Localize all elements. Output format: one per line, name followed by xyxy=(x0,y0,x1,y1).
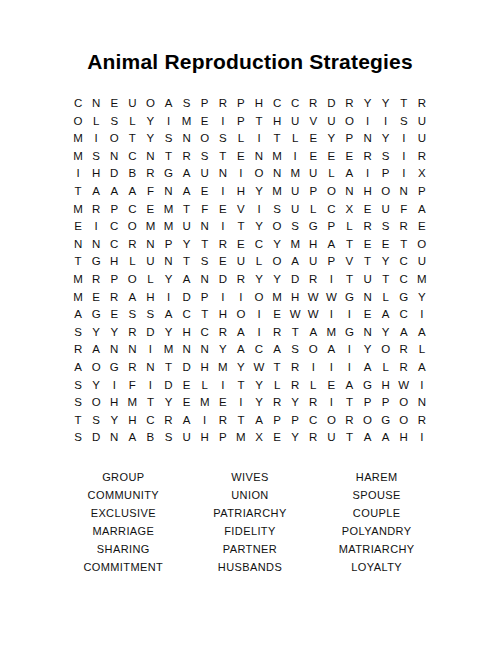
grid-cell-r12c18[interactable]: L xyxy=(377,289,395,307)
grid-cell-r16c18[interactable]: L xyxy=(377,359,395,377)
grid-cell-r8c18[interactable]: S xyxy=(377,218,395,236)
grid-cell-r4c17[interactable]: R xyxy=(359,148,377,166)
grid-cell-r12c10[interactable]: I xyxy=(232,289,250,307)
grid-cell-r15c12[interactable]: A xyxy=(268,341,286,359)
grid-cell-r1c3[interactable]: E xyxy=(105,95,123,113)
grid-cell-r7c11[interactable]: I xyxy=(250,201,268,219)
grid-cell-r18c13[interactable]: Y xyxy=(286,394,304,412)
grid-cell-r1c14[interactable]: R xyxy=(304,95,322,113)
grid-cell-r18c14[interactable]: R xyxy=(304,394,322,412)
grid-cell-r18c6[interactable]: Y xyxy=(159,394,177,412)
grid-cell-r15c19[interactable]: R xyxy=(395,341,413,359)
grid-cell-r10c6[interactable]: N xyxy=(159,253,177,271)
grid-cell-r7c7[interactable]: T xyxy=(178,201,196,219)
grid-cell-r17c9[interactable]: I xyxy=(214,377,232,395)
grid-cell-r16c8[interactable]: H xyxy=(196,359,214,377)
grid-cell-r4c15[interactable]: E xyxy=(322,148,340,166)
grid-cell-r5c14[interactable]: U xyxy=(304,165,322,183)
grid-cell-r18c7[interactable]: E xyxy=(178,394,196,412)
grid-cell-r10c7[interactable]: T xyxy=(178,253,196,271)
grid-cell-r13c20[interactable]: I xyxy=(413,306,431,324)
grid-cell-r15c13[interactable]: S xyxy=(286,341,304,359)
grid-cell-r20c6[interactable]: S xyxy=(159,429,177,447)
grid-cell-r17c19[interactable]: W xyxy=(395,377,413,395)
grid-cell-r11c7[interactable]: A xyxy=(178,271,196,289)
grid-cell-r20c14[interactable]: R xyxy=(304,429,322,447)
grid-cell-r10c14[interactable]: U xyxy=(304,253,322,271)
grid-cell-r4c9[interactable]: T xyxy=(214,148,232,166)
grid-cell-r12c1[interactable]: M xyxy=(69,289,87,307)
grid-cell-r17c17[interactable]: G xyxy=(359,377,377,395)
grid-cell-r7c3[interactable]: P xyxy=(105,201,123,219)
grid-cell-r6c19[interactable]: N xyxy=(395,183,413,201)
grid-cell-r14c18[interactable]: Y xyxy=(377,324,395,342)
grid-cell-r9c6[interactable]: P xyxy=(159,236,177,254)
grid-cell-r20c20[interactable]: I xyxy=(413,429,431,447)
grid-cell-r14c9[interactable]: R xyxy=(214,324,232,342)
grid-cell-r14c2[interactable]: Y xyxy=(87,324,105,342)
grid-cell-r19c18[interactable]: G xyxy=(377,412,395,430)
grid-cell-r8c8[interactable]: N xyxy=(196,218,214,236)
grid-cell-r16c1[interactable]: A xyxy=(69,359,87,377)
grid-cell-r16c9[interactable]: M xyxy=(214,359,232,377)
grid-cell-r9c7[interactable]: Y xyxy=(178,236,196,254)
grid-cell-r10c13[interactable]: A xyxy=(286,253,304,271)
grid-cell-r9c8[interactable]: T xyxy=(196,236,214,254)
grid-cell-r1c20[interactable]: R xyxy=(413,95,431,113)
grid-cell-r15c10[interactable]: A xyxy=(232,341,250,359)
grid-cell-r4c18[interactable]: S xyxy=(377,148,395,166)
grid-cell-r20c17[interactable]: A xyxy=(359,429,377,447)
grid-cell-r6c1[interactable]: T xyxy=(69,183,87,201)
grid-cell-r11c9[interactable]: D xyxy=(214,271,232,289)
grid-cell-r12c16[interactable]: G xyxy=(340,289,358,307)
grid-cell-r17c16[interactable]: A xyxy=(340,377,358,395)
grid-cell-r15c4[interactable]: N xyxy=(123,341,141,359)
grid-cell-r9c14[interactable]: H xyxy=(304,236,322,254)
grid-cell-r19c5[interactable]: C xyxy=(141,412,159,430)
grid-cell-r12c19[interactable]: G xyxy=(395,289,413,307)
grid-cell-r19c17[interactable]: O xyxy=(359,412,377,430)
grid-cell-r14c16[interactable]: G xyxy=(340,324,358,342)
grid-cell-r12c5[interactable]: H xyxy=(141,289,159,307)
grid-cell-r13c16[interactable]: I xyxy=(340,306,358,324)
grid-cell-r12c12[interactable]: M xyxy=(268,289,286,307)
grid-cell-r13c10[interactable]: O xyxy=(232,306,250,324)
grid-cell-r9c19[interactable]: T xyxy=(395,236,413,254)
grid-cell-r12c8[interactable]: P xyxy=(196,289,214,307)
grid-cell-r5c19[interactable]: I xyxy=(395,165,413,183)
grid-cell-r1c8[interactable]: P xyxy=(196,95,214,113)
grid-cell-r12c6[interactable]: I xyxy=(159,289,177,307)
grid-cell-r6c2[interactable]: A xyxy=(87,183,105,201)
grid-cell-r5c7[interactable]: A xyxy=(178,165,196,183)
grid-cell-r19c4[interactable]: H xyxy=(123,412,141,430)
grid-cell-r14c1[interactable]: S xyxy=(69,324,87,342)
grid-cell-r9c15[interactable]: A xyxy=(322,236,340,254)
grid-cell-r1c7[interactable]: S xyxy=(178,95,196,113)
grid-cell-r7c12[interactable]: S xyxy=(268,201,286,219)
grid-cell-r19c8[interactable]: I xyxy=(196,412,214,430)
grid-cell-r13c1[interactable]: A xyxy=(69,306,87,324)
grid-cell-r2c2[interactable]: L xyxy=(87,113,105,131)
grid-cell-r4c6[interactable]: T xyxy=(159,148,177,166)
grid-cell-r7c9[interactable]: E xyxy=(214,201,232,219)
grid-cell-r5c3[interactable]: D xyxy=(105,165,123,183)
grid-cell-r1c17[interactable]: Y xyxy=(359,95,377,113)
grid-cell-r12c15[interactable]: W xyxy=(322,289,340,307)
grid-cell-r5c17[interactable]: I xyxy=(359,165,377,183)
grid-cell-r1c2[interactable]: N xyxy=(87,95,105,113)
grid-cell-r7c4[interactable]: C xyxy=(123,201,141,219)
grid-cell-r7c5[interactable]: E xyxy=(141,201,159,219)
grid-cell-r5c6[interactable]: G xyxy=(159,165,177,183)
grid-cell-r8c19[interactable]: R xyxy=(395,218,413,236)
grid-cell-r1c15[interactable]: D xyxy=(322,95,340,113)
grid-cell-r15c20[interactable]: L xyxy=(413,341,431,359)
grid-cell-r1c16[interactable]: R xyxy=(340,95,358,113)
grid-cell-r17c5[interactable]: I xyxy=(141,377,159,395)
grid-cell-r8c11[interactable]: Y xyxy=(250,218,268,236)
grid-cell-r11c1[interactable]: M xyxy=(69,271,87,289)
grid-cell-r10c8[interactable]: S xyxy=(196,253,214,271)
grid-cell-r8c4[interactable]: O xyxy=(123,218,141,236)
grid-cell-r15c11[interactable]: C xyxy=(250,341,268,359)
grid-cell-r18c18[interactable]: P xyxy=(377,394,395,412)
grid-cell-r20c7[interactable]: U xyxy=(178,429,196,447)
grid-cell-r12c14[interactable]: W xyxy=(304,289,322,307)
grid-cell-r8c6[interactable]: M xyxy=(159,218,177,236)
grid-cell-r1c11[interactable]: H xyxy=(250,95,268,113)
grid-cell-r10c20[interactable]: U xyxy=(413,253,431,271)
grid-cell-r8c13[interactable]: S xyxy=(286,218,304,236)
grid-cell-r8c16[interactable]: L xyxy=(340,218,358,236)
grid-cell-r11c10[interactable]: R xyxy=(232,271,250,289)
grid-cell-r17c7[interactable]: E xyxy=(178,377,196,395)
grid-cell-r2c19[interactable]: S xyxy=(395,113,413,131)
grid-cell-r14c12[interactable]: R xyxy=(268,324,286,342)
grid-cell-r15c7[interactable]: N xyxy=(178,341,196,359)
grid-cell-r16c13[interactable]: R xyxy=(286,359,304,377)
grid-cell-r11c2[interactable]: R xyxy=(87,271,105,289)
grid-cell-r18c3[interactable]: H xyxy=(105,394,123,412)
grid-cell-r3c4[interactable]: T xyxy=(123,130,141,148)
grid-cell-r14c8[interactable]: C xyxy=(196,324,214,342)
grid-cell-r7c18[interactable]: U xyxy=(377,201,395,219)
grid-cell-r6c4[interactable]: A xyxy=(123,183,141,201)
grid-cell-r5c2[interactable]: H xyxy=(87,165,105,183)
grid-cell-r8c3[interactable]: C xyxy=(105,218,123,236)
grid-cell-r8c17[interactable]: R xyxy=(359,218,377,236)
grid-cell-r19c10[interactable]: T xyxy=(232,412,250,430)
grid-cell-r2c17[interactable]: I xyxy=(359,113,377,131)
grid-cell-r6c10[interactable]: H xyxy=(232,183,250,201)
grid-cell-r17c8[interactable]: L xyxy=(196,377,214,395)
grid-cell-r18c15[interactable]: I xyxy=(322,394,340,412)
grid-cell-r20c3[interactable]: N xyxy=(105,429,123,447)
grid-cell-r2c12[interactable]: H xyxy=(268,113,286,131)
grid-cell-r16c19[interactable]: R xyxy=(395,359,413,377)
grid-cell-r4c1[interactable]: M xyxy=(69,148,87,166)
grid-cell-r8c14[interactable]: G xyxy=(304,218,322,236)
grid-cell-r19c1[interactable]: T xyxy=(69,412,87,430)
grid-cell-r8c20[interactable]: E xyxy=(413,218,431,236)
grid-cell-r14c15[interactable]: M xyxy=(322,324,340,342)
grid-cell-r11c6[interactable]: Y xyxy=(159,271,177,289)
grid-cell-r18c16[interactable]: T xyxy=(340,394,358,412)
grid-cell-r4c20[interactable]: R xyxy=(413,148,431,166)
grid-cell-r17c11[interactable]: Y xyxy=(250,377,268,395)
grid-cell-r9c20[interactable]: O xyxy=(413,236,431,254)
grid-cell-r3c1[interactable]: M xyxy=(69,130,87,148)
grid-cell-r6c6[interactable]: N xyxy=(159,183,177,201)
grid-cell-r9c3[interactable]: C xyxy=(105,236,123,254)
grid-cell-r16c2[interactable]: O xyxy=(87,359,105,377)
grid-cell-r10c10[interactable]: U xyxy=(232,253,250,271)
grid-cell-r20c16[interactable]: T xyxy=(340,429,358,447)
grid-cell-r17c20[interactable]: I xyxy=(413,377,431,395)
grid-cell-r14c5[interactable]: D xyxy=(141,324,159,342)
grid-cell-r1c5[interactable]: O xyxy=(141,95,159,113)
grid-cell-r18c17[interactable]: P xyxy=(359,394,377,412)
grid-cell-r6c3[interactable]: A xyxy=(105,183,123,201)
grid-cell-r10c3[interactable]: H xyxy=(105,253,123,271)
grid-cell-r8c2[interactable]: I xyxy=(87,218,105,236)
grid-cell-r3c9[interactable]: S xyxy=(214,130,232,148)
grid-cell-r13c17[interactable]: E xyxy=(359,306,377,324)
grid-cell-r17c13[interactable]: R xyxy=(286,377,304,395)
grid-cell-r4c2[interactable]: S xyxy=(87,148,105,166)
grid-cell-r6c13[interactable]: U xyxy=(286,183,304,201)
grid-cell-r11c15[interactable]: I xyxy=(322,271,340,289)
grid-cell-r16c12[interactable]: T xyxy=(268,359,286,377)
grid-cell-r8c12[interactable]: O xyxy=(268,218,286,236)
grid-cell-r5c12[interactable]: N xyxy=(268,165,286,183)
grid-cell-r6c7[interactable]: A xyxy=(178,183,196,201)
grid-cell-r3c5[interactable]: Y xyxy=(141,130,159,148)
grid-cell-r15c5[interactable]: I xyxy=(141,341,159,359)
grid-cell-r1c13[interactable]: C xyxy=(286,95,304,113)
grid-cell-r3c10[interactable]: L xyxy=(232,130,250,148)
grid-cell-r10c11[interactable]: L xyxy=(250,253,268,271)
grid-cell-r1c6[interactable]: A xyxy=(159,95,177,113)
grid-cell-r11c13[interactable]: D xyxy=(286,271,304,289)
grid-cell-r15c8[interactable]: N xyxy=(196,341,214,359)
grid-cell-r7c19[interactable]: F xyxy=(395,201,413,219)
grid-cell-r13c14[interactable]: W xyxy=(304,306,322,324)
grid-cell-r10c1[interactable]: T xyxy=(69,253,87,271)
grid-cell-r6c14[interactable]: P xyxy=(304,183,322,201)
grid-cell-r11c3[interactable]: P xyxy=(105,271,123,289)
grid-cell-r14c19[interactable]: A xyxy=(395,324,413,342)
grid-cell-r6c5[interactable]: F xyxy=(141,183,159,201)
grid-cell-r3c12[interactable]: T xyxy=(268,130,286,148)
grid-cell-r17c2[interactable]: Y xyxy=(87,377,105,395)
grid-cell-r5c5[interactable]: R xyxy=(141,165,159,183)
grid-cell-r2c10[interactable]: P xyxy=(232,113,250,131)
grid-cell-r5c20[interactable]: X xyxy=(413,165,431,183)
grid-cell-r5c8[interactable]: U xyxy=(196,165,214,183)
grid-cell-r3c17[interactable]: N xyxy=(359,130,377,148)
grid-cell-r6c17[interactable]: H xyxy=(359,183,377,201)
grid-cell-r16c16[interactable]: I xyxy=(340,359,358,377)
grid-cell-r9c5[interactable]: N xyxy=(141,236,159,254)
grid-cell-r20c19[interactable]: H xyxy=(395,429,413,447)
grid-cell-r20c15[interactable]: U xyxy=(322,429,340,447)
grid-cell-r15c14[interactable]: O xyxy=(304,341,322,359)
grid-cell-r6c16[interactable]: N xyxy=(340,183,358,201)
grid-cell-r8c1[interactable]: E xyxy=(69,218,87,236)
grid-cell-r14c13[interactable]: T xyxy=(286,324,304,342)
grid-cell-r9c2[interactable]: N xyxy=(87,236,105,254)
grid-cell-r2c4[interactable]: L xyxy=(123,113,141,131)
grid-cell-r11c12[interactable]: Y xyxy=(268,271,286,289)
grid-cell-r14c3[interactable]: Y xyxy=(105,324,123,342)
grid-cell-r1c4[interactable]: U xyxy=(123,95,141,113)
grid-cell-r16c15[interactable]: I xyxy=(322,359,340,377)
grid-cell-r2c13[interactable]: U xyxy=(286,113,304,131)
grid-cell-r18c1[interactable]: S xyxy=(69,394,87,412)
grid-cell-r7c20[interactable]: A xyxy=(413,201,431,219)
grid-cell-r18c8[interactable]: M xyxy=(196,394,214,412)
grid-cell-r20c18[interactable]: A xyxy=(377,429,395,447)
grid-cell-r13c12[interactable]: E xyxy=(268,306,286,324)
grid-cell-r16c3[interactable]: G xyxy=(105,359,123,377)
grid-cell-r19c2[interactable]: S xyxy=(87,412,105,430)
grid-cell-r16c11[interactable]: W xyxy=(250,359,268,377)
grid-cell-r17c12[interactable]: L xyxy=(268,377,286,395)
grid-cell-r2c1[interactable]: O xyxy=(69,113,87,131)
grid-cell-r2c20[interactable]: U xyxy=(413,113,431,131)
grid-cell-r19c19[interactable]: O xyxy=(395,412,413,430)
grid-cell-r10c15[interactable]: P xyxy=(322,253,340,271)
grid-cell-r14c11[interactable]: I xyxy=(250,324,268,342)
grid-cell-r10c17[interactable]: T xyxy=(359,253,377,271)
grid-cell-r4c19[interactable]: I xyxy=(395,148,413,166)
grid-cell-r20c1[interactable]: S xyxy=(69,429,87,447)
grid-cell-r18c20[interactable]: N xyxy=(413,394,431,412)
grid-cell-r7c8[interactable]: F xyxy=(196,201,214,219)
grid-cell-r6c15[interactable]: O xyxy=(322,183,340,201)
grid-cell-r14c20[interactable]: A xyxy=(413,324,431,342)
grid-cell-r16c6[interactable]: T xyxy=(159,359,177,377)
grid-cell-r11c8[interactable]: N xyxy=(196,271,214,289)
grid-cell-r13c9[interactable]: H xyxy=(214,306,232,324)
grid-cell-r11c14[interactable]: R xyxy=(304,271,322,289)
grid-cell-r19c7[interactable]: A xyxy=(178,412,196,430)
grid-cell-r19c13[interactable]: P xyxy=(286,412,304,430)
grid-cell-r7c1[interactable]: M xyxy=(69,201,87,219)
grid-cell-r14c17[interactable]: N xyxy=(359,324,377,342)
grid-cell-r3c13[interactable]: L xyxy=(286,130,304,148)
grid-cell-r12c3[interactable]: R xyxy=(105,289,123,307)
grid-cell-r11c19[interactable]: C xyxy=(395,271,413,289)
grid-cell-r13c4[interactable]: S xyxy=(123,306,141,324)
grid-cell-r10c12[interactable]: O xyxy=(268,253,286,271)
grid-cell-r11c5[interactable]: L xyxy=(141,271,159,289)
grid-cell-r20c10[interactable]: M xyxy=(232,429,250,447)
grid-cell-r14c4[interactable]: R xyxy=(123,324,141,342)
grid-cell-r1c18[interactable]: Y xyxy=(377,95,395,113)
grid-cell-r19c20[interactable]: R xyxy=(413,412,431,430)
grid-cell-r13c15[interactable]: I xyxy=(322,306,340,324)
grid-cell-r2c9[interactable]: I xyxy=(214,113,232,131)
grid-cell-r10c18[interactable]: Y xyxy=(377,253,395,271)
grid-cell-r18c5[interactable]: T xyxy=(141,394,159,412)
grid-cell-r13c8[interactable]: T xyxy=(196,306,214,324)
grid-cell-r17c15[interactable]: E xyxy=(322,377,340,395)
grid-cell-r16c17[interactable]: A xyxy=(359,359,377,377)
grid-cell-r15c17[interactable]: Y xyxy=(359,341,377,359)
grid-cell-r2c11[interactable]: T xyxy=(250,113,268,131)
grid-cell-r17c1[interactable]: S xyxy=(69,377,87,395)
grid-cell-r4c16[interactable]: E xyxy=(340,148,358,166)
grid-cell-r12c2[interactable]: E xyxy=(87,289,105,307)
grid-cell-r15c18[interactable]: O xyxy=(377,341,395,359)
grid-cell-r9c13[interactable]: M xyxy=(286,236,304,254)
grid-cell-r6c9[interactable]: I xyxy=(214,183,232,201)
grid-cell-r2c16[interactable]: O xyxy=(340,113,358,131)
grid-cell-r8c15[interactable]: P xyxy=(322,218,340,236)
grid-cell-r10c9[interactable]: E xyxy=(214,253,232,271)
grid-cell-r9c17[interactable]: E xyxy=(359,236,377,254)
grid-cell-r1c12[interactable]: C xyxy=(268,95,286,113)
grid-cell-r6c18[interactable]: O xyxy=(377,183,395,201)
grid-cell-r7c10[interactable]: V xyxy=(232,201,250,219)
grid-cell-r11c17[interactable]: U xyxy=(359,271,377,289)
grid-cell-r7c14[interactable]: L xyxy=(304,201,322,219)
grid-cell-r2c8[interactable]: E xyxy=(196,113,214,131)
grid-cell-r16c10[interactable]: Y xyxy=(232,359,250,377)
grid-cell-r15c16[interactable]: I xyxy=(340,341,358,359)
grid-cell-r9c10[interactable]: E xyxy=(232,236,250,254)
grid-cell-r10c2[interactable]: G xyxy=(87,253,105,271)
grid-cell-r11c4[interactable]: O xyxy=(123,271,141,289)
grid-cell-r4c10[interactable]: E xyxy=(232,148,250,166)
grid-cell-r9c16[interactable]: T xyxy=(340,236,358,254)
grid-cell-r7c13[interactable]: U xyxy=(286,201,304,219)
grid-cell-r14c10[interactable]: A xyxy=(232,324,250,342)
grid-cell-r16c7[interactable]: D xyxy=(178,359,196,377)
grid-cell-r10c5[interactable]: U xyxy=(141,253,159,271)
grid-cell-r3c18[interactable]: Y xyxy=(377,130,395,148)
grid-cell-r1c10[interactable]: P xyxy=(232,95,250,113)
grid-cell-r12c4[interactable]: A xyxy=(123,289,141,307)
grid-cell-r17c3[interactable]: I xyxy=(105,377,123,395)
grid-cell-r5c13[interactable]: M xyxy=(286,165,304,183)
grid-cell-r15c3[interactable]: N xyxy=(105,341,123,359)
grid-cell-r18c2[interactable]: O xyxy=(87,394,105,412)
grid-cell-r14c14[interactable]: A xyxy=(304,324,322,342)
grid-cell-r13c6[interactable]: A xyxy=(159,306,177,324)
grid-cell-r5c4[interactable]: B xyxy=(123,165,141,183)
grid-cell-r3c20[interactable]: U xyxy=(413,130,431,148)
grid-cell-r15c2[interactable]: A xyxy=(87,341,105,359)
grid-cell-r3c19[interactable]: I xyxy=(395,130,413,148)
grid-cell-r15c15[interactable]: A xyxy=(322,341,340,359)
grid-cell-r3c15[interactable]: Y xyxy=(322,130,340,148)
grid-cell-r15c1[interactable]: R xyxy=(69,341,87,359)
grid-cell-r5c18[interactable]: P xyxy=(377,165,395,183)
grid-cell-r15c9[interactable]: Y xyxy=(214,341,232,359)
grid-cell-r18c4[interactable]: M xyxy=(123,394,141,412)
grid-cell-r7c2[interactable]: R xyxy=(87,201,105,219)
grid-cell-r10c16[interactable]: V xyxy=(340,253,358,271)
grid-cell-r6c12[interactable]: M xyxy=(268,183,286,201)
grid-cell-r18c9[interactable]: E xyxy=(214,394,232,412)
grid-cell-r16c14[interactable]: I xyxy=(304,359,322,377)
grid-cell-r5c11[interactable]: O xyxy=(250,165,268,183)
